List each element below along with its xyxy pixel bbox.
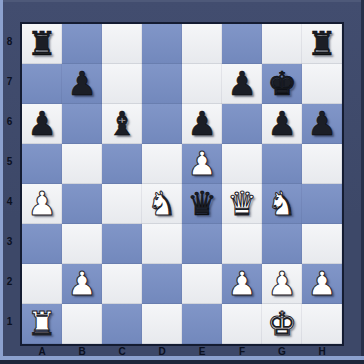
piece-black-king[interactable]: ♚ bbox=[262, 64, 302, 104]
square-a3[interactable] bbox=[22, 224, 62, 264]
square-e1[interactable] bbox=[182, 304, 222, 344]
square-b6[interactable] bbox=[62, 104, 102, 144]
square-g2[interactable]: ♟ bbox=[262, 264, 302, 304]
piece-white-knight[interactable]: ♞ bbox=[142, 184, 182, 224]
square-h3[interactable] bbox=[302, 224, 342, 264]
square-d6[interactable] bbox=[142, 104, 182, 144]
piece-white-rook[interactable]: ♜ bbox=[22, 304, 62, 344]
square-b7[interactable]: ♟ bbox=[62, 64, 102, 104]
file-label-b: B bbox=[62, 345, 102, 359]
piece-black-pawn[interactable]: ♟ bbox=[302, 104, 342, 144]
rank-label-7: 7 bbox=[0, 62, 19, 102]
square-b5[interactable] bbox=[62, 144, 102, 184]
square-a7[interactable] bbox=[22, 64, 62, 104]
square-f1[interactable] bbox=[222, 304, 262, 344]
square-a5[interactable] bbox=[22, 144, 62, 184]
square-b2[interactable]: ♟ bbox=[62, 264, 102, 304]
piece-black-pawn[interactable]: ♟ bbox=[22, 104, 62, 144]
square-f5[interactable] bbox=[222, 144, 262, 184]
board-frame: 87654321 ABCDEFGH ♜♜♟♟♚♟♝♟♟♟♟♟♞♛♛♞♟♟♟♟♜♚ bbox=[0, 0, 364, 364]
piece-white-pawn[interactable]: ♟ bbox=[222, 264, 262, 304]
piece-white-knight[interactable]: ♞ bbox=[262, 184, 302, 224]
square-e2[interactable] bbox=[182, 264, 222, 304]
rank-label-4: 4 bbox=[0, 182, 19, 222]
piece-white-pawn[interactable]: ♟ bbox=[22, 184, 62, 224]
rank-label-6: 6 bbox=[0, 102, 19, 142]
square-g3[interactable] bbox=[262, 224, 302, 264]
square-g1[interactable]: ♚ bbox=[262, 304, 302, 344]
square-e7[interactable] bbox=[182, 64, 222, 104]
square-g8[interactable] bbox=[262, 24, 302, 64]
square-g4[interactable]: ♞ bbox=[262, 184, 302, 224]
square-d1[interactable] bbox=[142, 304, 182, 344]
square-h4[interactable] bbox=[302, 184, 342, 224]
piece-black-pawn[interactable]: ♟ bbox=[222, 64, 262, 104]
file-label-g: G bbox=[262, 345, 302, 359]
square-e3[interactable] bbox=[182, 224, 222, 264]
square-g5[interactable] bbox=[262, 144, 302, 184]
piece-black-rook[interactable]: ♜ bbox=[302, 24, 342, 64]
square-d3[interactable] bbox=[142, 224, 182, 264]
square-d2[interactable] bbox=[142, 264, 182, 304]
square-c2[interactable] bbox=[102, 264, 142, 304]
piece-white-pawn[interactable]: ♟ bbox=[182, 144, 222, 184]
square-c5[interactable] bbox=[102, 144, 142, 184]
piece-white-pawn[interactable]: ♟ bbox=[302, 264, 342, 304]
square-f7[interactable]: ♟ bbox=[222, 64, 262, 104]
square-h1[interactable] bbox=[302, 304, 342, 344]
square-f4[interactable]: ♛ bbox=[222, 184, 262, 224]
square-f8[interactable] bbox=[222, 24, 262, 64]
square-a4[interactable]: ♟ bbox=[22, 184, 62, 224]
square-c7[interactable] bbox=[102, 64, 142, 104]
square-e8[interactable] bbox=[182, 24, 222, 64]
square-a8[interactable]: ♜ bbox=[22, 24, 62, 64]
square-g6[interactable]: ♟ bbox=[262, 104, 302, 144]
piece-black-rook[interactable]: ♜ bbox=[22, 24, 62, 64]
piece-black-queen[interactable]: ♛ bbox=[182, 184, 222, 224]
rank-label-8: 8 bbox=[0, 22, 19, 62]
square-c6[interactable]: ♝ bbox=[102, 104, 142, 144]
piece-white-queen[interactable]: ♛ bbox=[222, 184, 262, 224]
square-c4[interactable] bbox=[102, 184, 142, 224]
file-label-a: A bbox=[22, 345, 62, 359]
piece-white-king[interactable]: ♚ bbox=[262, 304, 302, 344]
square-h2[interactable]: ♟ bbox=[302, 264, 342, 304]
square-f6[interactable] bbox=[222, 104, 262, 144]
square-d7[interactable] bbox=[142, 64, 182, 104]
square-f3[interactable] bbox=[222, 224, 262, 264]
square-e6[interactable]: ♟ bbox=[182, 104, 222, 144]
square-h7[interactable] bbox=[302, 64, 342, 104]
frame-top-edge bbox=[0, 0, 364, 2]
file-label-c: C bbox=[102, 345, 142, 359]
file-label-h: H bbox=[302, 345, 342, 359]
square-d8[interactable] bbox=[142, 24, 182, 64]
file-label-e: E bbox=[182, 345, 222, 359]
square-h8[interactable]: ♜ bbox=[302, 24, 342, 64]
file-label-d: D bbox=[142, 345, 182, 359]
file-label-f: F bbox=[222, 345, 262, 359]
square-g7[interactable]: ♚ bbox=[262, 64, 302, 104]
piece-black-bishop[interactable]: ♝ bbox=[102, 104, 142, 144]
piece-black-pawn[interactable]: ♟ bbox=[62, 64, 102, 104]
square-a2[interactable] bbox=[22, 264, 62, 304]
piece-white-pawn[interactable]: ♟ bbox=[262, 264, 302, 304]
chess-board: ♜♜♟♟♚♟♝♟♟♟♟♟♞♛♛♞♟♟♟♟♜♚ bbox=[22, 24, 342, 344]
square-b4[interactable] bbox=[62, 184, 102, 224]
piece-black-pawn[interactable]: ♟ bbox=[262, 104, 302, 144]
square-b8[interactable] bbox=[62, 24, 102, 64]
frame-bottom-edge bbox=[0, 360, 364, 364]
square-b1[interactable] bbox=[62, 304, 102, 344]
board-border: ♜♜♟♟♚♟♝♟♟♟♟♟♞♛♛♞♟♟♟♟♜♚ bbox=[20, 22, 344, 346]
square-d5[interactable] bbox=[142, 144, 182, 184]
rank-label-3: 3 bbox=[0, 222, 19, 262]
square-d4[interactable]: ♞ bbox=[142, 184, 182, 224]
rank-label-1: 1 bbox=[0, 302, 19, 342]
piece-white-pawn[interactable]: ♟ bbox=[62, 264, 102, 304]
piece-black-pawn[interactable]: ♟ bbox=[182, 104, 222, 144]
rank-label-2: 2 bbox=[0, 262, 19, 302]
square-a1[interactable]: ♜ bbox=[22, 304, 62, 344]
square-e4[interactable]: ♛ bbox=[182, 184, 222, 224]
square-e5[interactable]: ♟ bbox=[182, 144, 222, 184]
square-h5[interactable] bbox=[302, 144, 342, 184]
rank-label-5: 5 bbox=[0, 142, 19, 182]
square-b3[interactable] bbox=[62, 224, 102, 264]
square-c3[interactable] bbox=[102, 224, 142, 264]
square-h6[interactable]: ♟ bbox=[302, 104, 342, 144]
square-c8[interactable] bbox=[102, 24, 142, 64]
square-a6[interactable]: ♟ bbox=[22, 104, 62, 144]
square-f2[interactable]: ♟ bbox=[222, 264, 262, 304]
square-c1[interactable] bbox=[102, 304, 142, 344]
